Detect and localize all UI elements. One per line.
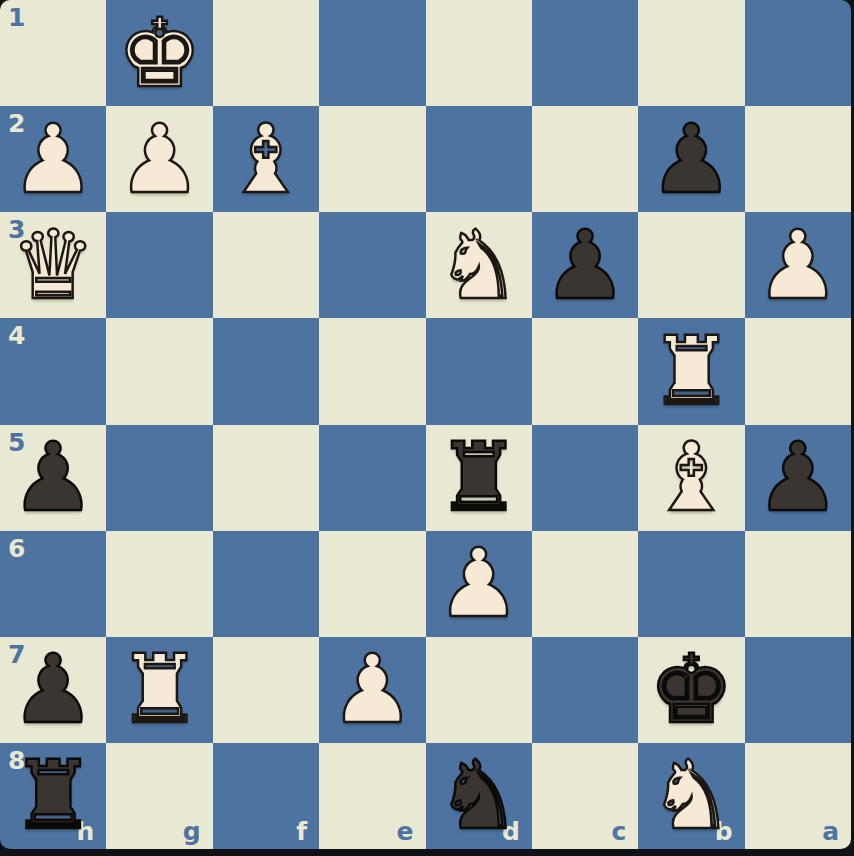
file-label-f: f	[296, 819, 307, 844]
piece-white-knight[interactable]: ♞	[426, 212, 532, 318]
square-c6[interactable]	[532, 531, 638, 637]
square-a5[interactable]: ♟	[745, 425, 851, 531]
square-d8[interactable]: d♞	[426, 743, 532, 849]
square-b3[interactable]	[638, 212, 744, 318]
piece-white-knight[interactable]: ♞	[638, 743, 744, 849]
piece-black-knight[interactable]: ♞	[426, 743, 532, 849]
square-b2[interactable]: ♟	[638, 106, 744, 212]
file-label-e: e	[397, 819, 414, 844]
piece-white-king[interactable]: ♚	[106, 0, 212, 106]
square-h3[interactable]: 3♛	[0, 212, 106, 318]
piece-black-king[interactable]: ♚	[638, 637, 744, 743]
square-g2[interactable]: ♟	[106, 106, 212, 212]
square-e7[interactable]: ♟	[319, 637, 425, 743]
piece-white-bishop[interactable]: ♝	[213, 106, 319, 212]
file-label-c: c	[611, 819, 626, 844]
square-h6[interactable]: 6	[0, 531, 106, 637]
square-c2[interactable]	[532, 106, 638, 212]
piece-white-queen[interactable]: ♛	[0, 212, 106, 318]
piece-white-rook[interactable]: ♜	[638, 318, 744, 424]
square-f1[interactable]	[213, 0, 319, 106]
square-f3[interactable]	[213, 212, 319, 318]
square-f6[interactable]	[213, 531, 319, 637]
rank-label-4: 4	[8, 323, 25, 348]
square-d6[interactable]: ♟	[426, 531, 532, 637]
square-b6[interactable]	[638, 531, 744, 637]
piece-black-rook[interactable]: ♜	[426, 425, 532, 531]
square-d7[interactable]	[426, 637, 532, 743]
rank-label-6: 6	[8, 536, 25, 561]
square-g6[interactable]	[106, 531, 212, 637]
square-a2[interactable]	[745, 106, 851, 212]
piece-black-pawn[interactable]: ♟	[638, 106, 744, 212]
square-e3[interactable]	[319, 212, 425, 318]
piece-white-pawn[interactable]: ♟	[0, 106, 106, 212]
square-g1[interactable]: ♚	[106, 0, 212, 106]
square-a8[interactable]: a	[745, 743, 851, 849]
piece-white-pawn[interactable]: ♟	[106, 106, 212, 212]
square-d3[interactable]: ♞	[426, 212, 532, 318]
square-c1[interactable]	[532, 0, 638, 106]
piece-black-pawn[interactable]: ♟	[745, 425, 851, 531]
piece-white-pawn[interactable]: ♟	[319, 637, 425, 743]
square-b5[interactable]: ♝	[638, 425, 744, 531]
square-c4[interactable]	[532, 318, 638, 424]
square-h2[interactable]: 2♟	[0, 106, 106, 212]
square-a1[interactable]	[745, 0, 851, 106]
square-d4[interactable]	[426, 318, 532, 424]
square-h7[interactable]: 7♟	[0, 637, 106, 743]
square-b7[interactable]: ♚	[638, 637, 744, 743]
square-f5[interactable]	[213, 425, 319, 531]
piece-black-pawn[interactable]: ♟	[0, 425, 106, 531]
square-f4[interactable]	[213, 318, 319, 424]
square-a7[interactable]	[745, 637, 851, 743]
square-b1[interactable]	[638, 0, 744, 106]
square-h5[interactable]: 5♟	[0, 425, 106, 531]
square-g7[interactable]: ♜	[106, 637, 212, 743]
square-g5[interactable]	[106, 425, 212, 531]
square-c8[interactable]: c	[532, 743, 638, 849]
piece-white-pawn[interactable]: ♟	[745, 212, 851, 318]
square-c7[interactable]	[532, 637, 638, 743]
file-label-a: a	[822, 819, 839, 844]
piece-black-pawn[interactable]: ♟	[532, 212, 638, 318]
square-g3[interactable]	[106, 212, 212, 318]
square-e1[interactable]	[319, 0, 425, 106]
square-e6[interactable]	[319, 531, 425, 637]
file-label-g: g	[183, 819, 201, 844]
square-g8[interactable]: g	[106, 743, 212, 849]
square-a6[interactable]	[745, 531, 851, 637]
piece-black-rook[interactable]: ♜	[0, 743, 106, 849]
square-f8[interactable]: f	[213, 743, 319, 849]
square-c5[interactable]	[532, 425, 638, 531]
square-c3[interactable]: ♟	[532, 212, 638, 318]
square-d2[interactable]	[426, 106, 532, 212]
square-b4[interactable]: ♜	[638, 318, 744, 424]
square-h1[interactable]: 1	[0, 0, 106, 106]
square-h8[interactable]: 8h♜	[0, 743, 106, 849]
square-d1[interactable]	[426, 0, 532, 106]
square-e8[interactable]: e	[319, 743, 425, 849]
square-f7[interactable]	[213, 637, 319, 743]
square-a3[interactable]: ♟	[745, 212, 851, 318]
square-e2[interactable]	[319, 106, 425, 212]
square-a4[interactable]	[745, 318, 851, 424]
square-b8[interactable]: b♞	[638, 743, 744, 849]
chess-board: 1♚2♟♟♝♟3♛♞♟♟4♜5♟♜♝♟6♟7♟♜♟♚8h♜gfed♞cb♞a	[0, 0, 851, 849]
square-e4[interactable]	[319, 318, 425, 424]
piece-black-pawn[interactable]: ♟	[0, 637, 106, 743]
square-d5[interactable]: ♜	[426, 425, 532, 531]
square-g4[interactable]	[106, 318, 212, 424]
rank-label-1: 1	[8, 5, 25, 30]
chess-app-stage: 1♚2♟♟♝♟3♛♞♟♟4♜5♟♜♝♟6♟7♟♜♟♚8h♜gfed♞cb♞a	[0, 0, 854, 856]
piece-white-bishop[interactable]: ♝	[638, 425, 744, 531]
square-f2[interactable]: ♝	[213, 106, 319, 212]
piece-white-rook[interactable]: ♜	[106, 637, 212, 743]
piece-white-pawn[interactable]: ♟	[426, 531, 532, 637]
square-e5[interactable]	[319, 425, 425, 531]
square-h4[interactable]: 4	[0, 318, 106, 424]
